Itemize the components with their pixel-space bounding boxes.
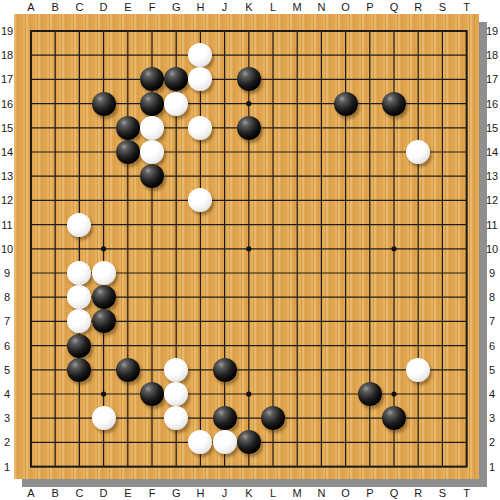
- bottom-col-label: D: [94, 486, 114, 500]
- right-row-label: 3: [483, 411, 500, 425]
- bottom-col-label: G: [166, 486, 186, 500]
- left-row-label: 10: [0, 242, 16, 256]
- right-row-label: 12: [483, 193, 500, 207]
- black-stone: [237, 116, 261, 140]
- top-col-label: P: [360, 0, 380, 14]
- black-stone: [382, 406, 406, 430]
- right-row-label: 1: [483, 460, 500, 474]
- right-row-label: 4: [483, 387, 500, 401]
- right-row-label: 11: [483, 218, 500, 232]
- top-col-label: M: [287, 0, 307, 14]
- right-row-label: 6: [483, 339, 500, 353]
- go-game-screen: AABBCCDDEEFFGGHHJJKKLLMMNNOOPPQQRRSSTT19…: [0, 0, 500, 500]
- bottom-col-label: E: [118, 486, 138, 500]
- left-row-label: 5: [0, 363, 16, 377]
- left-row-label: 18: [0, 48, 16, 62]
- black-stone: [140, 382, 164, 406]
- bottom-col-label: H: [190, 486, 210, 500]
- black-stone: [334, 92, 358, 116]
- star-point: [246, 391, 251, 396]
- black-stone: [92, 92, 116, 116]
- top-col-label: E: [118, 0, 138, 14]
- top-col-label: A: [21, 0, 41, 14]
- left-row-label: 14: [0, 145, 16, 159]
- top-col-label: F: [142, 0, 162, 14]
- star-point: [101, 391, 106, 396]
- right-row-label: 14: [483, 145, 500, 159]
- white-stone: [92, 406, 116, 430]
- bottom-col-label: M: [287, 486, 307, 500]
- left-row-label: 16: [0, 97, 16, 111]
- top-col-label: O: [336, 0, 356, 14]
- bottom-col-label: R: [408, 486, 428, 500]
- left-row-label: 8: [0, 290, 16, 304]
- top-col-label: L: [263, 0, 283, 14]
- top-col-label: N: [311, 0, 331, 14]
- white-stone: [140, 140, 164, 164]
- black-stone: [261, 406, 285, 430]
- top-col-label: B: [45, 0, 65, 14]
- bottom-col-label: A: [21, 486, 41, 500]
- black-stone: [213, 358, 237, 382]
- bottom-col-label: P: [360, 486, 380, 500]
- left-row-label: 15: [0, 121, 16, 135]
- right-row-label: 9: [483, 266, 500, 280]
- left-row-label: 1: [0, 460, 16, 474]
- right-row-label: 2: [483, 435, 500, 449]
- top-col-label: S: [432, 0, 452, 14]
- top-col-label: Q: [384, 0, 404, 14]
- left-row-label: 9: [0, 266, 16, 280]
- left-row-label: 11: [0, 218, 16, 232]
- star-point: [101, 246, 106, 251]
- left-row-label: 7: [0, 314, 16, 328]
- black-stone: [92, 285, 116, 309]
- black-stone: [213, 406, 237, 430]
- white-stone: [406, 358, 430, 382]
- white-stone: [213, 430, 237, 454]
- white-stone: [164, 92, 188, 116]
- black-stone: [92, 309, 116, 333]
- right-row-label: 5: [483, 363, 500, 377]
- bottom-col-label: Q: [384, 486, 404, 500]
- black-stone: [140, 92, 164, 116]
- right-row-label: 18: [483, 48, 500, 62]
- right-row-label: 19: [483, 24, 500, 38]
- bottom-col-label: C: [69, 486, 89, 500]
- right-row-label: 16: [483, 97, 500, 111]
- bottom-col-label: N: [311, 486, 331, 500]
- bottom-col-label: J: [215, 486, 235, 500]
- top-col-label: D: [94, 0, 114, 14]
- black-stone: [116, 140, 140, 164]
- left-row-label: 13: [0, 169, 16, 183]
- star-point: [246, 246, 251, 251]
- bottom-col-label: O: [336, 486, 356, 500]
- bottom-col-label: S: [432, 486, 452, 500]
- white-stone: [164, 382, 188, 406]
- top-col-label: H: [190, 0, 210, 14]
- left-row-label: 19: [0, 24, 16, 38]
- left-row-label: 12: [0, 193, 16, 207]
- black-stone: [67, 334, 91, 358]
- star-point: [246, 101, 251, 106]
- top-col-label: J: [215, 0, 235, 14]
- top-col-label: R: [408, 0, 428, 14]
- right-row-label: 7: [483, 314, 500, 328]
- white-stone: [140, 116, 164, 140]
- bottom-col-label: B: [45, 486, 65, 500]
- bottom-col-label: T: [457, 486, 477, 500]
- right-row-label: 15: [483, 121, 500, 135]
- left-row-label: 3: [0, 411, 16, 425]
- black-stone: [140, 164, 164, 188]
- white-stone: [67, 213, 91, 237]
- goban[interactable]: [14, 14, 479, 479]
- bottom-col-label: K: [239, 486, 259, 500]
- white-stone: [406, 140, 430, 164]
- left-row-label: 2: [0, 435, 16, 449]
- black-stone: [116, 116, 140, 140]
- right-row-label: 10: [483, 242, 500, 256]
- top-col-label: C: [69, 0, 89, 14]
- right-row-label: 13: [483, 169, 500, 183]
- top-col-label: T: [457, 0, 477, 14]
- white-stone: [92, 261, 116, 285]
- bottom-col-label: L: [263, 486, 283, 500]
- right-row-label: 8: [483, 290, 500, 304]
- left-row-label: 4: [0, 387, 16, 401]
- top-col-label: K: [239, 0, 259, 14]
- left-row-label: 6: [0, 339, 16, 353]
- left-row-label: 17: [0, 72, 16, 86]
- star-point: [391, 391, 396, 396]
- black-stone: [116, 358, 140, 382]
- black-stone: [382, 92, 406, 116]
- black-stone: [358, 382, 382, 406]
- star-point: [391, 246, 396, 251]
- right-row-label: 17: [483, 72, 500, 86]
- white-stone: [164, 358, 188, 382]
- top-col-label: G: [166, 0, 186, 14]
- bottom-col-label: F: [142, 486, 162, 500]
